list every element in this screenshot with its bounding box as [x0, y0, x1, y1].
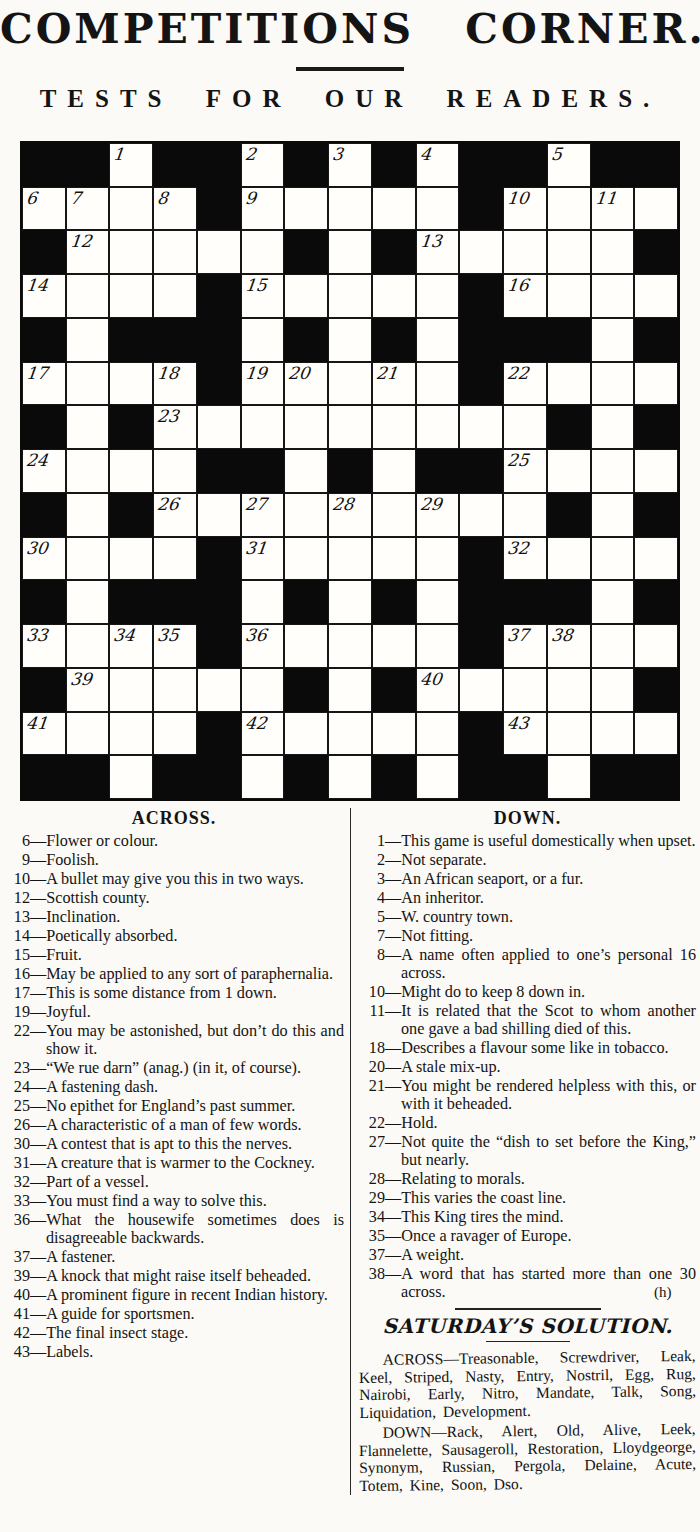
clue-number-13: 13 — [418, 231, 442, 252]
cell-r0c5[interactable]: 2 — [241, 143, 285, 187]
down-clue-29: 29—This varies the coast line. — [359, 1189, 696, 1207]
cell-r6c1[interactable] — [66, 405, 110, 449]
cell-r6c13[interactable] — [591, 405, 635, 449]
clue-number-label: 10 — [359, 983, 385, 1001]
cell-r6c7[interactable] — [328, 405, 372, 449]
cell-r0c12[interactable]: 5 — [547, 143, 591, 187]
cell-r0c2[interactable]: 1 — [109, 143, 153, 187]
page-title: COMPETITIONS CORNER. — [0, 4, 700, 54]
newspaper-page: COMPETITIONS CORNER. TESTS FOR OUR READE… — [0, 4, 700, 1532]
cell-r3c7[interactable] — [328, 274, 372, 318]
cell-r5c5[interactable]: 19 — [241, 362, 285, 406]
clue-number-6: 6 — [25, 188, 38, 209]
down-clue-21: 21—You might be rendered helpless with t… — [359, 1077, 696, 1113]
cell-r14c14-black — [634, 755, 678, 799]
cell-r14c3-black — [153, 755, 197, 799]
cell-r9c9[interactable] — [416, 537, 460, 581]
clue-number-19: 19 — [244, 363, 268, 384]
cell-r4c0-black — [22, 318, 66, 362]
cell-r12c7[interactable] — [328, 668, 372, 712]
cell-r0c1-black — [66, 143, 110, 187]
across-clue-40: 40—A prominent figure in recent Indian h… — [4, 1286, 344, 1304]
cell-r2c5[interactable] — [241, 230, 285, 274]
cell-r11c6[interactable] — [284, 624, 328, 668]
cell-r3c1[interactable] — [66, 274, 110, 318]
cell-r7c4-black — [197, 449, 241, 493]
cell-r5c12[interactable] — [547, 362, 591, 406]
cell-r6c6[interactable] — [284, 405, 328, 449]
cell-r14c5[interactable] — [241, 755, 285, 799]
clue-number-30: 30 — [25, 538, 49, 559]
cell-r0c3-black — [153, 143, 197, 187]
clue-number-10: 10 — [506, 188, 530, 209]
cell-r1c13[interactable]: 11 — [591, 187, 635, 231]
clue-number-12: 12 — [69, 231, 93, 252]
cell-r5c11[interactable]: 22 — [503, 362, 547, 406]
cell-r9c14[interactable] — [634, 537, 678, 581]
cell-r6c2-black — [109, 405, 153, 449]
cell-r3c14[interactable] — [634, 274, 678, 318]
cell-r9c12[interactable] — [547, 537, 591, 581]
cell-r12c5[interactable] — [241, 668, 285, 712]
cell-r1c0[interactable]: 6 — [22, 187, 66, 231]
across-clue-6: 6—Flower or colour. — [4, 832, 344, 850]
cell-r2c0-black — [22, 230, 66, 274]
cell-r2c9[interactable]: 13 — [416, 230, 460, 274]
cell-r1c2[interactable] — [109, 187, 153, 231]
cell-r13c13[interactable] — [591, 712, 635, 756]
cell-r4c2-black — [109, 318, 153, 362]
clues-section: ACROSS. 6—Flower or colour.9—Foolish.10—… — [0, 808, 700, 1495]
down-clue-18: 18—Describes a flavour some like in toba… — [359, 1039, 696, 1057]
cell-r4c3-black — [153, 318, 197, 362]
down-clue-27: 27—Not quite the “dish to set before the… — [359, 1133, 696, 1169]
clue-number-label: 5 — [359, 908, 385, 926]
cell-r5c8[interactable]: 21 — [372, 362, 416, 406]
cell-r13c12[interactable] — [547, 712, 591, 756]
cell-r4c7[interactable] — [328, 318, 372, 362]
solution-divider-rule — [455, 1308, 601, 1310]
cell-r5c1[interactable] — [66, 362, 110, 406]
clue-number-37: 37 — [506, 625, 530, 646]
cell-r4c9[interactable] — [416, 318, 460, 362]
clue-number-24: 24 — [25, 450, 49, 471]
cell-r6c3[interactable]: 23 — [153, 405, 197, 449]
clue-number-22: 22 — [506, 363, 530, 384]
cell-r1c6[interactable] — [284, 187, 328, 231]
across-heading: ACROSS. — [4, 808, 344, 828]
cell-r9c3[interactable] — [153, 537, 197, 581]
cell-r11c7[interactable] — [328, 624, 372, 668]
cell-r0c4-black — [197, 143, 241, 187]
across-clue-23: 23—“We rue darn” (anag.) (in it, of cour… — [4, 1059, 344, 1077]
cell-r3c9[interactable] — [416, 274, 460, 318]
cell-r2c14-black — [634, 230, 678, 274]
cell-r7c2[interactable] — [109, 449, 153, 493]
cell-r8c3[interactable]: 26 — [153, 493, 197, 537]
cell-r7c11[interactable]: 25 — [503, 449, 547, 493]
across-clue-37: 37—A fastener. — [4, 1248, 344, 1266]
down-clue-1: 1—This game is useful domestically when … — [359, 832, 696, 850]
across-clue-19: 19—Joyful. — [4, 1003, 344, 1021]
cell-r7c13[interactable] — [591, 449, 635, 493]
cell-r0c6-black — [284, 143, 328, 187]
clue-number-35: 35 — [156, 625, 180, 646]
title-rule — [296, 67, 404, 71]
solution-heading-rule — [486, 1341, 570, 1342]
cell-r10c11-black — [503, 580, 547, 624]
cell-r11c0[interactable]: 33 — [22, 624, 66, 668]
cell-r12c2[interactable] — [109, 668, 153, 712]
clue-number-3: 3 — [331, 144, 344, 165]
cell-r7c8[interactable] — [372, 449, 416, 493]
across-clue-14: 14—Poetically absorbed. — [4, 927, 344, 945]
cell-r7c12[interactable] — [547, 449, 591, 493]
cell-r7c1[interactable] — [66, 449, 110, 493]
clue-number-label: 9 — [4, 851, 30, 869]
cell-r8c13[interactable] — [591, 493, 635, 537]
cell-r12c10[interactable] — [459, 668, 503, 712]
cell-r0c8-black — [372, 143, 416, 187]
cell-r1c9[interactable] — [416, 187, 460, 231]
cell-r3c11[interactable]: 16 — [503, 274, 547, 318]
cell-r5c4-black — [197, 362, 241, 406]
cell-r5c3[interactable]: 18 — [153, 362, 197, 406]
clue-number-label: 17 — [4, 984, 30, 1002]
cell-r8c5[interactable]: 27 — [241, 493, 285, 537]
clue-number-label: 14 — [4, 927, 30, 945]
clue-number-43: 43 — [506, 713, 530, 734]
across-clue-15: 15—Fruit. — [4, 946, 344, 964]
cell-r1c7[interactable] — [328, 187, 372, 231]
cell-r3c8[interactable] — [372, 274, 416, 318]
cell-r9c4-black — [197, 537, 241, 581]
cell-r9c10-black — [459, 537, 503, 581]
cell-r9c7[interactable] — [328, 537, 372, 581]
cell-r3c12[interactable] — [547, 274, 591, 318]
cell-r10c14-black — [634, 580, 678, 624]
cell-r3c2[interactable] — [109, 274, 153, 318]
clue-number-label: 21 — [359, 1077, 385, 1095]
cell-r7c9-black — [416, 449, 460, 493]
cell-r9c8[interactable] — [372, 537, 416, 581]
cell-r8c8[interactable] — [372, 493, 416, 537]
cell-r0c14-black — [634, 143, 678, 187]
cell-r0c10-black — [459, 143, 503, 187]
down-clue-7: 7—Not fitting. — [359, 927, 696, 945]
cell-r6c4[interactable] — [197, 405, 241, 449]
cell-r13c6[interactable] — [284, 712, 328, 756]
cell-r4c6-black — [284, 318, 328, 362]
clue-number-17: 17 — [25, 363, 49, 384]
cell-r6c8[interactable] — [372, 405, 416, 449]
clue-number-label: 24 — [4, 1078, 30, 1096]
cell-r0c7[interactable]: 3 — [328, 143, 372, 187]
cell-r4c10-black — [459, 318, 503, 362]
cell-r11c11[interactable]: 37 — [503, 624, 547, 668]
crossword-grid: 1234567891011121314151617181920212223242… — [20, 141, 680, 801]
cell-r6c12-black — [547, 405, 591, 449]
cell-r5c0[interactable]: 17 — [22, 362, 66, 406]
clue-number-label: 12 — [4, 889, 30, 907]
cell-r10c9[interactable] — [416, 580, 460, 624]
cell-r10c13[interactable] — [591, 580, 635, 624]
cell-r6c5[interactable] — [241, 405, 285, 449]
cell-r13c5[interactable]: 42 — [241, 712, 285, 756]
clue-number-label: 33 — [4, 1192, 30, 1210]
cell-r9c11[interactable]: 32 — [503, 537, 547, 581]
cell-r2c2[interactable] — [109, 230, 153, 274]
cell-r7c0[interactable]: 24 — [22, 449, 66, 493]
across-clue-12: 12—Scottish county. — [4, 889, 344, 907]
cell-r10c0-black — [22, 580, 66, 624]
cell-r14c7[interactable] — [328, 755, 372, 799]
cell-r3c0[interactable]: 14 — [22, 274, 66, 318]
cell-r12c9[interactable]: 40 — [416, 668, 460, 712]
cell-r14c0-black — [22, 755, 66, 799]
clue-number-20: 20 — [287, 363, 311, 384]
cell-r9c13[interactable] — [591, 537, 635, 581]
cell-r8c10[interactable] — [459, 493, 503, 537]
down-clue-22: 22—Hold. — [359, 1114, 696, 1132]
cell-r5c9[interactable] — [416, 362, 460, 406]
cell-r1c11[interactable]: 10 — [503, 187, 547, 231]
clue-number-29: 29 — [418, 494, 442, 515]
cell-r3c6[interactable] — [284, 274, 328, 318]
cell-r0c0-black — [22, 143, 66, 187]
clue-number-label: 18 — [359, 1039, 385, 1057]
cell-r3c10-black — [459, 274, 503, 318]
clue-number-15: 15 — [244, 275, 268, 296]
clue-number-11: 11 — [593, 188, 617, 209]
clue-number-40: 40 — [418, 669, 442, 690]
cell-r14c12[interactable] — [547, 755, 591, 799]
cell-r11c12[interactable]: 38 — [547, 624, 591, 668]
clue-number-label: 43 — [4, 1343, 30, 1361]
cell-r12c13[interactable] — [591, 668, 635, 712]
cell-r11c9[interactable] — [416, 624, 460, 668]
down-clue-34: 34—This King tires the mind. — [359, 1208, 696, 1226]
cell-r1c1[interactable]: 7 — [66, 187, 110, 231]
cell-r11c2[interactable]: 34 — [109, 624, 153, 668]
clue-number-label: 20 — [359, 1058, 385, 1076]
cell-r4c4-black — [197, 318, 241, 362]
clue-number-36: 36 — [244, 625, 268, 646]
cell-r11c10-black — [459, 624, 503, 668]
cell-r3c5[interactable]: 15 — [241, 274, 285, 318]
cell-r13c7[interactable] — [328, 712, 372, 756]
cell-r9c5[interactable]: 31 — [241, 537, 285, 581]
clue-number-label: 36 — [4, 1211, 30, 1229]
clue-number-18: 18 — [156, 363, 180, 384]
cell-r13c14[interactable] — [634, 712, 678, 756]
cell-r4c14-black — [634, 318, 678, 362]
cell-r8c9[interactable]: 29 — [416, 493, 460, 537]
cell-r10c10-black — [459, 580, 503, 624]
clue-number-label: 29 — [359, 1189, 385, 1207]
cell-r2c12[interactable] — [547, 230, 591, 274]
cell-r2c13[interactable] — [591, 230, 635, 274]
cell-r13c4-black — [197, 712, 241, 756]
cell-r2c11[interactable] — [503, 230, 547, 274]
cell-r12c6-black — [284, 668, 328, 712]
cell-r4c11-black — [503, 318, 547, 362]
cell-r5c14[interactable] — [634, 362, 678, 406]
cell-r1c14[interactable] — [634, 187, 678, 231]
clue-number-label: 3 — [359, 870, 385, 888]
clue-number-14: 14 — [25, 275, 49, 296]
clue-number-label: 27 — [359, 1133, 385, 1151]
cell-r14c9[interactable] — [416, 755, 460, 799]
down-clue-35: 35—Once a ravager of Europe. — [359, 1227, 696, 1245]
cell-r13c2[interactable] — [109, 712, 153, 756]
cell-r12c3[interactable] — [153, 668, 197, 712]
clue-number-label: 38 — [359, 1265, 385, 1283]
clue-number-label: 28 — [359, 1170, 385, 1188]
cell-r11c13[interactable] — [591, 624, 635, 668]
clue-number-label: 40 — [4, 1286, 30, 1304]
clue-number-label: 34 — [359, 1208, 385, 1226]
clue-number-label: 4 — [359, 889, 385, 907]
cell-r3c13[interactable] — [591, 274, 635, 318]
cell-r11c1[interactable] — [66, 624, 110, 668]
clue-number-label: 19 — [4, 1003, 30, 1021]
cell-r5c6[interactable]: 20 — [284, 362, 328, 406]
cell-r4c12-black — [547, 318, 591, 362]
cell-r10c8-black — [372, 580, 416, 624]
clue-number-label: 15 — [4, 946, 30, 964]
cell-r10c6-black — [284, 580, 328, 624]
cell-r9c2[interactable] — [109, 537, 153, 581]
cell-r1c8[interactable] — [372, 187, 416, 231]
across-clue-24: 24—A fastening dash. — [4, 1078, 344, 1096]
cell-r8c1[interactable] — [66, 493, 110, 537]
cell-r12c0-black — [22, 668, 66, 712]
clue-number-label: 37 — [359, 1246, 385, 1264]
cell-r2c4[interactable] — [197, 230, 241, 274]
cell-r5c2[interactable] — [109, 362, 153, 406]
clue-number-label: 42 — [4, 1324, 30, 1342]
cell-r6c10[interactable] — [459, 405, 503, 449]
cell-r2c7[interactable] — [328, 230, 372, 274]
cell-r10c4-black — [197, 580, 241, 624]
cell-r4c1[interactable] — [66, 318, 110, 362]
cell-r12c11[interactable] — [503, 668, 547, 712]
cell-r12c4[interactable] — [197, 668, 241, 712]
cell-r9c6[interactable] — [284, 537, 328, 581]
across-column: ACROSS. 6—Flower or colour.9—Foolish.10—… — [0, 808, 350, 1495]
clue-number-label: 31 — [4, 1154, 30, 1172]
cell-r10c1[interactable] — [66, 580, 110, 624]
cell-r7c6[interactable] — [284, 449, 328, 493]
down-clue-10: 10—Might do to keep 8 down in. — [359, 983, 696, 1001]
cell-r6c11[interactable] — [503, 405, 547, 449]
cell-r14c11-black — [503, 755, 547, 799]
cell-r9c0[interactable]: 30 — [22, 537, 66, 581]
across-clue-25: 25—No epithet for England’s past summer. — [4, 1097, 344, 1115]
cell-r1c3[interactable]: 8 — [153, 187, 197, 231]
clue-number-33: 33 — [25, 625, 49, 646]
across-clue-36: 36—What the housewife sometimes does is … — [4, 1211, 344, 1247]
cell-r1c12[interactable] — [547, 187, 591, 231]
clue-number-16: 16 — [506, 275, 530, 296]
clue-number-26: 26 — [156, 494, 180, 515]
cell-r2c10[interactable] — [459, 230, 503, 274]
cell-r4c5[interactable] — [241, 318, 285, 362]
cell-r2c1[interactable]: 12 — [66, 230, 110, 274]
clue-number-label: 22 — [359, 1114, 385, 1132]
across-clues-list: 6—Flower or colour.9—Foolish.10—A bullet… — [4, 832, 344, 1361]
cell-r7c14[interactable] — [634, 449, 678, 493]
clue-number-4: 4 — [418, 144, 431, 165]
cell-r4c13[interactable] — [591, 318, 635, 362]
across-clue-42: 42—The final insect stage. — [4, 1324, 344, 1342]
cell-r10c3-black — [153, 580, 197, 624]
cell-r12c12[interactable] — [547, 668, 591, 712]
clue-number-41: 41 — [25, 713, 49, 734]
cell-r8c4[interactable] — [197, 493, 241, 537]
cell-r13c8[interactable] — [372, 712, 416, 756]
cell-r6c9[interactable] — [416, 405, 460, 449]
clue-number-7: 7 — [69, 188, 82, 209]
cell-r7c3[interactable] — [153, 449, 197, 493]
down-heading: DOWN. — [359, 808, 696, 828]
solution-heading: SATURDAY’S SOLUTION. — [359, 1315, 696, 1338]
cell-r14c6-black — [284, 755, 328, 799]
cell-r5c7[interactable] — [328, 362, 372, 406]
down-clue-20: 20—A stale mix-up. — [359, 1058, 696, 1076]
cell-r1c5[interactable]: 9 — [241, 187, 285, 231]
cell-r13c11[interactable]: 43 — [503, 712, 547, 756]
cell-r9c1[interactable] — [66, 537, 110, 581]
down-column: DOWN. 1—This game is useful domestically… — [350, 808, 700, 1495]
down-clue-11: 11—It is related that the Scot to whom a… — [359, 1002, 696, 1038]
clue-number-label: 22 — [4, 1022, 30, 1040]
cell-r0c13-black — [591, 143, 635, 187]
clue-number-label: 1 — [359, 832, 385, 850]
cell-r14c2[interactable] — [109, 755, 153, 799]
cell-r11c3[interactable]: 35 — [153, 624, 197, 668]
clue-number-27: 27 — [244, 494, 268, 515]
cell-r14c13-black — [591, 755, 635, 799]
cell-r8c12-black — [547, 493, 591, 537]
cell-r8c6[interactable] — [284, 493, 328, 537]
cell-r11c5[interactable]: 36 — [241, 624, 285, 668]
cell-r2c3[interactable] — [153, 230, 197, 274]
down-clue-38: 38—A word that has started more than one… — [359, 1265, 696, 1301]
cell-r0c9[interactable]: 4 — [416, 143, 460, 187]
across-clue-39: 39—A knock that might raise itself behea… — [4, 1267, 344, 1285]
across-clue-10: 10—A bullet may give you this in two way… — [4, 870, 344, 888]
cell-r8c11[interactable] — [503, 493, 547, 537]
cell-r5c13[interactable] — [591, 362, 635, 406]
cell-r8c7[interactable]: 28 — [328, 493, 372, 537]
cell-r3c3[interactable] — [153, 274, 197, 318]
cell-r10c7[interactable] — [328, 580, 372, 624]
clue-number-8: 8 — [156, 188, 169, 209]
cell-r12c1[interactable]: 39 — [66, 668, 110, 712]
clue-number-label: 6 — [4, 832, 30, 850]
subtitle: TESTS FOR OUR READERS. — [0, 85, 700, 113]
clue-number-label: 30 — [4, 1135, 30, 1153]
cell-r11c8[interactable] — [372, 624, 416, 668]
cell-r13c1[interactable] — [66, 712, 110, 756]
cell-r13c9[interactable] — [416, 712, 460, 756]
cell-r11c14[interactable] — [634, 624, 678, 668]
cell-r10c5[interactable] — [241, 580, 285, 624]
cell-r13c3[interactable] — [153, 712, 197, 756]
cell-r13c0[interactable]: 41 — [22, 712, 66, 756]
